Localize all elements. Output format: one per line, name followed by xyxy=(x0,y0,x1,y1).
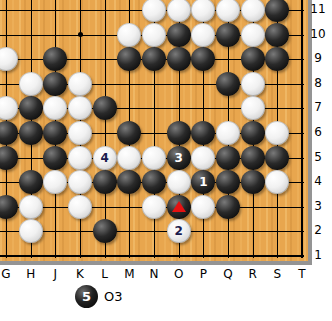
row-label-8: 8 xyxy=(306,76,330,90)
white-stone-J7 xyxy=(43,96,67,120)
black-stone-J8 xyxy=(43,72,67,96)
caption-move-coordinate: O3 xyxy=(104,289,123,304)
caption-move-number: 5 xyxy=(82,290,91,303)
black-stone-L7 xyxy=(93,96,117,120)
black-stone-J5 xyxy=(43,146,67,170)
white-stone-Q11 xyxy=(216,0,240,22)
white-stone-R11 xyxy=(241,0,265,22)
row-label-3: 3 xyxy=(306,199,330,213)
caption: 5 O3 xyxy=(75,285,123,308)
black-stone-Q5 xyxy=(216,146,240,170)
black-stone-G5 xyxy=(0,146,18,170)
column-label-M: M xyxy=(117,267,141,281)
row-label-4: 4 xyxy=(306,174,330,188)
black-stone-R5 xyxy=(241,146,265,170)
white-stone-N3 xyxy=(142,195,166,219)
black-stone-M9 xyxy=(117,47,141,71)
row-label-1: 1 xyxy=(306,248,330,262)
white-stone-L5: 4 xyxy=(93,146,117,170)
black-stone-M4 xyxy=(117,170,141,194)
white-stone-M10 xyxy=(117,23,141,47)
black-stone-J6 xyxy=(43,121,67,145)
column-label-K: K xyxy=(68,267,92,281)
column-label-T: T xyxy=(290,267,314,281)
row-label-5: 5 xyxy=(306,150,330,164)
white-stone-R7 xyxy=(241,96,265,120)
black-stone-G6 xyxy=(0,121,18,145)
black-stone-S11 xyxy=(265,0,289,22)
white-stone-M5 xyxy=(117,146,141,170)
black-stone-O9 xyxy=(167,47,191,71)
black-stone-L4 xyxy=(93,170,117,194)
white-stone-K6 xyxy=(68,121,92,145)
black-stone-H6 xyxy=(19,121,43,145)
black-stone-S10 xyxy=(265,23,289,47)
white-stone-K7 xyxy=(68,96,92,120)
black-stone-S5 xyxy=(265,146,289,170)
white-stone-K8 xyxy=(68,72,92,96)
white-stone-O4 xyxy=(167,170,191,194)
white-stone-H3 xyxy=(19,195,43,219)
row-label-7: 7 xyxy=(306,100,330,114)
white-stone-S6 xyxy=(265,121,289,145)
white-stone-S4 xyxy=(265,170,289,194)
column-label-S: S xyxy=(265,267,289,281)
white-stone-Q6 xyxy=(216,121,240,145)
black-stone-P4: 1 xyxy=(191,170,215,194)
row-label-10: 10 xyxy=(306,27,330,41)
black-stone-G3 xyxy=(0,195,18,219)
white-stone-P5 xyxy=(191,146,215,170)
white-stone-P3 xyxy=(191,195,215,219)
white-stone-R10 xyxy=(241,23,265,47)
black-stone-Q3 xyxy=(216,195,240,219)
white-stone-O11 xyxy=(167,0,191,22)
white-stone-O2: 2 xyxy=(167,219,191,243)
row-label-9: 9 xyxy=(306,51,330,65)
black-stone-Q8 xyxy=(216,72,240,96)
black-stone-Q4 xyxy=(216,170,240,194)
white-stone-G7 xyxy=(0,96,18,120)
black-stone-J9 xyxy=(43,47,67,71)
white-stone-J4 xyxy=(43,170,67,194)
white-stone-P10 xyxy=(191,23,215,47)
column-label-L: L xyxy=(93,267,117,281)
row-label-6: 6 xyxy=(306,125,330,139)
triangle-marker-icon xyxy=(172,201,186,212)
black-stone-L2 xyxy=(93,219,117,243)
white-stone-P11 xyxy=(191,0,215,22)
black-stone-Q10 xyxy=(216,23,240,47)
column-label-N: N xyxy=(142,267,166,281)
black-stone-S9 xyxy=(265,47,289,71)
white-stone-G9 xyxy=(0,47,18,71)
black-stone-P6 xyxy=(191,121,215,145)
move-number-label: 4 xyxy=(101,152,109,164)
grid-line-horizontal xyxy=(0,255,304,257)
row-label-2: 2 xyxy=(306,223,330,237)
black-stone-N9 xyxy=(142,47,166,71)
star-point xyxy=(78,32,83,37)
black-stone-O6 xyxy=(167,121,191,145)
black-stone-P9 xyxy=(191,47,215,71)
black-stone-H7 xyxy=(19,96,43,120)
black-stone-R9 xyxy=(241,47,265,71)
column-label-H: H xyxy=(19,267,43,281)
move-number-label: 1 xyxy=(199,176,207,188)
column-label-P: P xyxy=(191,267,215,281)
white-stone-N5 xyxy=(142,146,166,170)
column-label-Q: Q xyxy=(216,267,240,281)
white-stone-R8 xyxy=(241,72,265,96)
grid-line-horizontal xyxy=(0,231,304,232)
white-stone-K3 xyxy=(68,195,92,219)
column-label-J: J xyxy=(43,267,67,281)
row-label-11: 11 xyxy=(306,2,330,16)
move-number-label: 2 xyxy=(175,225,183,237)
black-stone-O3 xyxy=(167,195,191,219)
white-stone-H2 xyxy=(19,219,43,243)
black-stone-O10 xyxy=(167,23,191,47)
move-number-label: 3 xyxy=(175,152,183,164)
black-stone-H4 xyxy=(19,170,43,194)
white-stone-N10 xyxy=(142,23,166,47)
column-label-G: G xyxy=(0,267,18,281)
go-board[interactable]: 4312 xyxy=(0,0,312,265)
white-stone-K4 xyxy=(68,170,92,194)
grid-line-vertical xyxy=(301,0,303,258)
black-stone-O5: 3 xyxy=(167,146,191,170)
kifu-diagram: 4312 GHJKLMNOPQRST 1110987654321 5 O3 xyxy=(0,0,332,321)
black-stone-M6 xyxy=(117,121,141,145)
column-label-O: O xyxy=(167,267,191,281)
column-label-R: R xyxy=(241,267,265,281)
black-stone-R6 xyxy=(241,121,265,145)
black-stone-R4 xyxy=(241,170,265,194)
white-stone-N11 xyxy=(142,0,166,22)
black-stone-N4 xyxy=(142,170,166,194)
caption-move-stone: 5 xyxy=(75,285,98,308)
white-stone-K5 xyxy=(68,146,92,170)
white-stone-H8 xyxy=(19,72,43,96)
